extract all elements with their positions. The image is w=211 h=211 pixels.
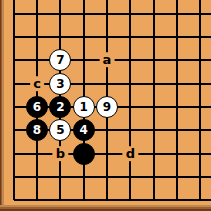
intersection-c9-r7 bbox=[189, 142, 211, 165]
intersection-c7-r4 bbox=[142, 72, 165, 95]
intersection-c4-r6: 4 bbox=[72, 119, 95, 142]
intersection-c5-r7 bbox=[95, 142, 118, 165]
stone-black-4: 4 bbox=[73, 119, 95, 141]
stone-white-5: 5 bbox=[49, 119, 71, 141]
go-diagram: 7ac36219854bd bbox=[0, 0, 211, 211]
intersection-c9-r1 bbox=[189, 2, 211, 25]
intersection-c2-r5: 6 bbox=[25, 95, 48, 118]
intersection-c7-r2 bbox=[142, 25, 165, 48]
intersection-c6-r1 bbox=[119, 2, 142, 25]
intersection-c3-r9 bbox=[49, 189, 72, 211]
intersection-c5-r8 bbox=[95, 165, 118, 188]
label-d: d bbox=[123, 146, 138, 161]
intersection-c1-r4 bbox=[2, 72, 25, 95]
intersection-c1-r3 bbox=[2, 49, 25, 72]
intersection-c4-r8 bbox=[72, 165, 95, 188]
intersection-c4-r9 bbox=[72, 189, 95, 211]
intersection-c7-r8 bbox=[142, 165, 165, 188]
intersection-c2-r7 bbox=[25, 142, 48, 165]
intersection-c5-r4 bbox=[95, 72, 118, 95]
stone-black-2: 2 bbox=[49, 96, 71, 118]
intersection-c5-r5: 9 bbox=[95, 95, 118, 118]
intersection-c6-r7: d bbox=[119, 142, 142, 165]
intersection-c9-r4 bbox=[189, 72, 211, 95]
intersection-c8-r3 bbox=[165, 49, 188, 72]
intersection-c9-r6 bbox=[189, 119, 211, 142]
intersection-c2-r2 bbox=[25, 25, 48, 48]
intersection-c7-r3 bbox=[142, 49, 165, 72]
stone-white-7: 7 bbox=[49, 49, 71, 71]
stone-black-8: 8 bbox=[26, 119, 48, 141]
intersection-c2-r6: 8 bbox=[25, 119, 48, 142]
label-a: a bbox=[100, 53, 115, 68]
intersection-c8-r5 bbox=[165, 95, 188, 118]
intersection-c4-r7 bbox=[72, 142, 95, 165]
intersection-c2-r9 bbox=[25, 189, 48, 211]
intersection-c2-r4: c bbox=[25, 72, 48, 95]
intersection-c3-r5: 2 bbox=[49, 95, 72, 118]
intersection-c8-r7 bbox=[165, 142, 188, 165]
intersection-c3-r1 bbox=[49, 2, 72, 25]
intersection-c3-r2 bbox=[49, 25, 72, 48]
intersection-c1-r1 bbox=[2, 2, 25, 25]
intersection-c6-r2 bbox=[119, 25, 142, 48]
intersection-c3-r6: 5 bbox=[49, 119, 72, 142]
intersection-c2-r3 bbox=[25, 49, 48, 72]
intersection-c6-r8 bbox=[119, 165, 142, 188]
intersection-c1-r9 bbox=[2, 189, 25, 211]
intersection-c8-r1 bbox=[165, 2, 188, 25]
intersection-c4-r3 bbox=[72, 49, 95, 72]
stone-black-plain bbox=[73, 143, 95, 165]
intersection-c4-r5: 1 bbox=[72, 95, 95, 118]
intersection-c6-r9 bbox=[119, 189, 142, 211]
intersection-c8-r2 bbox=[165, 25, 188, 48]
intersection-c4-r2 bbox=[72, 25, 95, 48]
intersection-c9-r5 bbox=[189, 95, 211, 118]
intersection-c1-r7 bbox=[2, 142, 25, 165]
intersection-c9-r3 bbox=[189, 49, 211, 72]
intersection-c5-r3: a bbox=[95, 49, 118, 72]
intersection-c7-r9 bbox=[142, 189, 165, 211]
intersection-c6-r6 bbox=[119, 119, 142, 142]
stone-white-9: 9 bbox=[96, 96, 118, 118]
intersection-c5-r2 bbox=[95, 25, 118, 48]
intersection-c6-r5 bbox=[119, 95, 142, 118]
intersection-c4-r4 bbox=[72, 72, 95, 95]
intersection-c7-r5 bbox=[142, 95, 165, 118]
intersection-c3-r8 bbox=[49, 165, 72, 188]
intersection-c8-r6 bbox=[165, 119, 188, 142]
intersection-c6-r3 bbox=[119, 49, 142, 72]
intersection-c5-r9 bbox=[95, 189, 118, 211]
intersection-c7-r1 bbox=[142, 2, 165, 25]
label-b: b bbox=[53, 146, 68, 161]
intersection-c5-r1 bbox=[95, 2, 118, 25]
intersection-c9-r9 bbox=[189, 189, 211, 211]
intersection-c4-r1 bbox=[72, 2, 95, 25]
go-board-grid: 7ac36219854bd bbox=[2, 2, 211, 211]
intersection-c3-r4: 3 bbox=[49, 72, 72, 95]
intersection-c1-r2 bbox=[2, 25, 25, 48]
label-c: c bbox=[30, 76, 44, 91]
stone-white-1: 1 bbox=[73, 96, 95, 118]
intersection-c1-r8 bbox=[2, 165, 25, 188]
intersection-c7-r7 bbox=[142, 142, 165, 165]
intersection-c2-r1 bbox=[25, 2, 48, 25]
intersection-c7-r6 bbox=[142, 119, 165, 142]
stone-black-6: 6 bbox=[26, 96, 48, 118]
intersection-c8-r8 bbox=[165, 165, 188, 188]
intersection-c6-r4 bbox=[119, 72, 142, 95]
intersection-c3-r7: b bbox=[49, 142, 72, 165]
intersection-c8-r4 bbox=[165, 72, 188, 95]
intersection-c1-r5 bbox=[2, 95, 25, 118]
intersection-c2-r8 bbox=[25, 165, 48, 188]
intersection-c5-r6 bbox=[95, 119, 118, 142]
intersection-c9-r2 bbox=[189, 25, 211, 48]
intersection-c1-r6 bbox=[2, 119, 25, 142]
intersection-c9-r8 bbox=[189, 165, 211, 188]
stone-white-3: 3 bbox=[49, 73, 71, 95]
intersection-c8-r9 bbox=[165, 189, 188, 211]
intersection-c3-r3: 7 bbox=[49, 49, 72, 72]
